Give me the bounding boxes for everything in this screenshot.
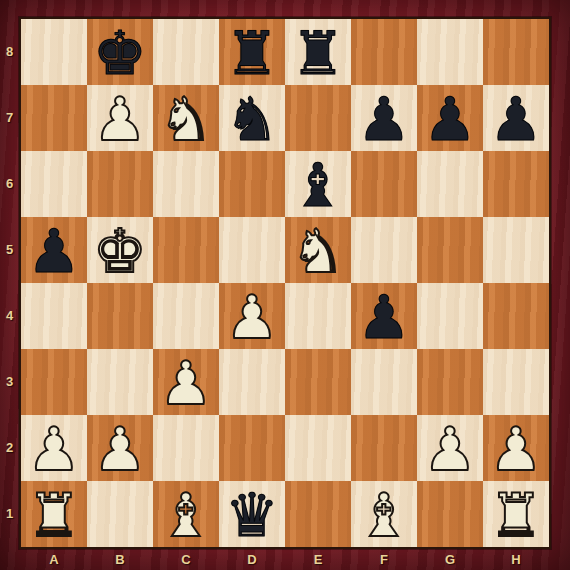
square-a5[interactable]: ♟ — [21, 217, 87, 283]
board: ♚♜♜♟♞♞♟♟♟♝♟♚♞♟♟♟♟♟♟♟♜♝♛♝♜ — [19, 17, 551, 549]
square-b3[interactable] — [87, 349, 153, 415]
rank-label-8: 8 — [0, 19, 19, 85]
square-f8[interactable] — [351, 19, 417, 85]
square-g6[interactable] — [417, 151, 483, 217]
square-f1[interactable]: ♝ — [351, 481, 417, 547]
black-rook-e8[interactable]: ♜ — [291, 23, 345, 83]
square-h7[interactable]: ♟ — [483, 85, 549, 151]
file-label-e: E — [285, 549, 351, 570]
black-pawn-h7[interactable]: ♟ — [489, 89, 543, 149]
square-d1[interactable]: ♛ — [219, 481, 285, 547]
square-c1[interactable]: ♝ — [153, 481, 219, 547]
square-c7[interactable]: ♞ — [153, 85, 219, 151]
black-pawn-a5[interactable]: ♟ — [27, 221, 81, 281]
square-d4[interactable]: ♟ — [219, 283, 285, 349]
black-queen-d1[interactable]: ♛ — [225, 485, 279, 545]
file-label-g: G — [417, 549, 483, 570]
black-knight-d7[interactable]: ♞ — [225, 89, 279, 149]
white-bishop-c1[interactable]: ♝ — [159, 485, 213, 545]
white-rook-a1[interactable]: ♜ — [27, 485, 81, 545]
square-c2[interactable] — [153, 415, 219, 481]
white-king-b5[interactable]: ♚ — [93, 221, 147, 281]
square-c8[interactable] — [153, 19, 219, 85]
white-pawn-h2[interactable]: ♟ — [489, 419, 543, 479]
square-e5[interactable]: ♞ — [285, 217, 351, 283]
square-g8[interactable] — [417, 19, 483, 85]
square-c6[interactable] — [153, 151, 219, 217]
square-g3[interactable] — [417, 349, 483, 415]
black-king-b8[interactable]: ♚ — [93, 23, 147, 83]
rank-label-6: 6 — [0, 151, 19, 217]
square-b7[interactable]: ♟ — [87, 85, 153, 151]
square-c3[interactable]: ♟ — [153, 349, 219, 415]
rank-label-1: 1 — [0, 481, 19, 547]
square-f3[interactable] — [351, 349, 417, 415]
square-c4[interactable] — [153, 283, 219, 349]
square-d7[interactable]: ♞ — [219, 85, 285, 151]
square-h6[interactable] — [483, 151, 549, 217]
file-label-b: B — [87, 549, 153, 570]
white-pawn-d4[interactable]: ♟ — [225, 287, 279, 347]
square-f2[interactable] — [351, 415, 417, 481]
file-label-d: D — [219, 549, 285, 570]
square-d2[interactable] — [219, 415, 285, 481]
square-g2[interactable]: ♟ — [417, 415, 483, 481]
square-a2[interactable]: ♟ — [21, 415, 87, 481]
square-h3[interactable] — [483, 349, 549, 415]
white-rook-h1[interactable]: ♜ — [489, 485, 543, 545]
square-e4[interactable] — [285, 283, 351, 349]
square-f7[interactable]: ♟ — [351, 85, 417, 151]
square-e1[interactable] — [285, 481, 351, 547]
square-a3[interactable] — [21, 349, 87, 415]
square-f4[interactable]: ♟ — [351, 283, 417, 349]
square-g5[interactable] — [417, 217, 483, 283]
rank-label-5: 5 — [0, 217, 19, 283]
black-rook-d8[interactable]: ♜ — [225, 23, 279, 83]
file-labels: ABCDEFGH — [21, 549, 549, 570]
square-g1[interactable] — [417, 481, 483, 547]
file-label-a: A — [21, 549, 87, 570]
square-d5[interactable] — [219, 217, 285, 283]
board-frame: 87654321 ABCDEFGH ♚♜♜♟♞♞♟♟♟♝♟♚♞♟♟♟♟♟♟♟♜♝… — [0, 0, 570, 570]
square-d6[interactable] — [219, 151, 285, 217]
square-b6[interactable] — [87, 151, 153, 217]
square-b5[interactable]: ♚ — [87, 217, 153, 283]
white-pawn-a2[interactable]: ♟ — [27, 419, 81, 479]
rank-label-2: 2 — [0, 415, 19, 481]
black-pawn-g7[interactable]: ♟ — [423, 89, 477, 149]
white-pawn-c3[interactable]: ♟ — [159, 353, 213, 413]
square-a6[interactable] — [21, 151, 87, 217]
file-label-h: H — [483, 549, 549, 570]
square-h4[interactable] — [483, 283, 549, 349]
square-h2[interactable]: ♟ — [483, 415, 549, 481]
rank-label-3: 3 — [0, 349, 19, 415]
square-h8[interactable] — [483, 19, 549, 85]
rank-labels: 87654321 — [0, 19, 19, 547]
white-knight-c7[interactable]: ♞ — [159, 89, 213, 149]
square-e2[interactable] — [285, 415, 351, 481]
white-bishop-f1[interactable]: ♝ — [357, 485, 411, 545]
square-d3[interactable] — [219, 349, 285, 415]
white-pawn-g2[interactable]: ♟ — [423, 419, 477, 479]
square-h5[interactable] — [483, 217, 549, 283]
black-pawn-f7[interactable]: ♟ — [357, 89, 411, 149]
square-e8[interactable]: ♜ — [285, 19, 351, 85]
square-f5[interactable] — [351, 217, 417, 283]
square-a7[interactable] — [21, 85, 87, 151]
square-e3[interactable] — [285, 349, 351, 415]
rank-label-7: 7 — [0, 85, 19, 151]
square-b8[interactable]: ♚ — [87, 19, 153, 85]
square-a1[interactable]: ♜ — [21, 481, 87, 547]
white-knight-e5[interactable]: ♞ — [291, 221, 345, 281]
square-a4[interactable] — [21, 283, 87, 349]
square-b2[interactable]: ♟ — [87, 415, 153, 481]
black-bishop-e6[interactable]: ♝ — [291, 155, 345, 215]
square-e6[interactable]: ♝ — [285, 151, 351, 217]
square-c5[interactable] — [153, 217, 219, 283]
square-a8[interactable] — [21, 19, 87, 85]
square-d8[interactable]: ♜ — [219, 19, 285, 85]
white-pawn-b7[interactable]: ♟ — [93, 89, 147, 149]
square-e7[interactable] — [285, 85, 351, 151]
square-b1[interactable] — [87, 481, 153, 547]
square-g4[interactable] — [417, 283, 483, 349]
square-f6[interactable] — [351, 151, 417, 217]
white-pawn-b2[interactable]: ♟ — [93, 419, 147, 479]
square-b4[interactable] — [87, 283, 153, 349]
file-label-f: F — [351, 549, 417, 570]
rank-label-4: 4 — [0, 283, 19, 349]
black-pawn-f4[interactable]: ♟ — [357, 287, 411, 347]
file-label-c: C — [153, 549, 219, 570]
square-g7[interactable]: ♟ — [417, 85, 483, 151]
square-h1[interactable]: ♜ — [483, 481, 549, 547]
